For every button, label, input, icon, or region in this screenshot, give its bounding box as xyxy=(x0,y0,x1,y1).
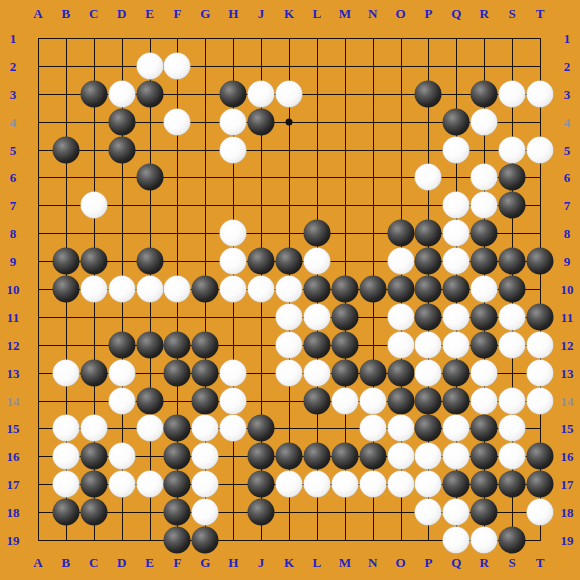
white-stone-D17 xyxy=(108,471,135,498)
row-label-left: 12 xyxy=(7,338,20,351)
row-label-right: 8 xyxy=(564,227,571,240)
black-stone-Q13 xyxy=(443,359,470,386)
col-label-top: H xyxy=(228,7,238,20)
black-stone-E9 xyxy=(136,248,163,275)
white-stone-P13 xyxy=(415,359,442,386)
row-label-right: 3 xyxy=(564,87,571,100)
black-stone-P14 xyxy=(415,387,442,414)
black-stone-G14 xyxy=(192,387,219,414)
white-stone-K10 xyxy=(276,276,303,303)
row-label-right: 7 xyxy=(564,199,571,212)
white-stone-G15 xyxy=(192,415,219,442)
black-stone-R9 xyxy=(471,248,498,275)
col-label-bottom: S xyxy=(508,556,515,569)
white-stone-L13 xyxy=(303,359,330,386)
black-stone-T9 xyxy=(527,248,554,275)
row-label-left: 19 xyxy=(7,534,20,547)
col-label-top: T xyxy=(536,7,545,20)
black-stone-C13 xyxy=(80,359,107,386)
black-stone-L12 xyxy=(303,331,330,358)
white-stone-C10 xyxy=(80,276,107,303)
black-stone-M12 xyxy=(331,331,358,358)
black-stone-L8 xyxy=(303,220,330,247)
black-stone-S7 xyxy=(499,192,526,219)
black-stone-F18 xyxy=(164,499,191,526)
white-stone-T14 xyxy=(527,387,554,414)
row-label-left: 11 xyxy=(7,310,19,323)
white-stone-M17 xyxy=(331,471,358,498)
row-label-right: 1 xyxy=(564,32,571,45)
black-stone-B18 xyxy=(52,499,79,526)
col-label-top: K xyxy=(284,7,294,20)
row-label-right: 13 xyxy=(561,366,574,379)
black-stone-R3 xyxy=(471,80,498,107)
white-stone-B16 xyxy=(52,443,79,470)
col-label-bottom: O xyxy=(395,556,405,569)
row-label-left: 1 xyxy=(10,32,17,45)
black-stone-Q10 xyxy=(443,276,470,303)
white-stone-S3 xyxy=(499,80,526,107)
black-stone-K16 xyxy=(276,443,303,470)
white-stone-R7 xyxy=(471,192,498,219)
white-stone-D16 xyxy=(108,443,135,470)
black-stone-J9 xyxy=(248,248,275,275)
white-stone-P17 xyxy=(415,471,442,498)
col-label-bottom: B xyxy=(62,556,71,569)
col-label-bottom: M xyxy=(339,556,351,569)
black-stone-B9 xyxy=(52,248,79,275)
black-stone-J15 xyxy=(248,415,275,442)
black-stone-S9 xyxy=(499,248,526,275)
black-stone-T17 xyxy=(527,471,554,498)
black-stone-J16 xyxy=(248,443,275,470)
white-stone-Q5 xyxy=(443,136,470,163)
col-label-bottom: F xyxy=(173,556,181,569)
black-stone-N13 xyxy=(359,359,386,386)
black-stone-Q4 xyxy=(443,108,470,135)
white-stone-G17 xyxy=(192,471,219,498)
star-point-K4 xyxy=(286,118,293,125)
col-label-top: J xyxy=(258,7,265,20)
row-label-left: 6 xyxy=(10,171,17,184)
white-stone-B17 xyxy=(52,471,79,498)
white-stone-H14 xyxy=(220,387,247,414)
row-label-right: 17 xyxy=(561,478,574,491)
row-label-right: 19 xyxy=(561,534,574,547)
row-label-left: 15 xyxy=(7,422,20,435)
white-stone-Q16 xyxy=(443,443,470,470)
white-stone-O15 xyxy=(387,415,414,442)
black-stone-O10 xyxy=(387,276,414,303)
black-stone-P15 xyxy=(415,415,442,442)
black-stone-B10 xyxy=(52,276,79,303)
black-stone-R12 xyxy=(471,331,498,358)
black-stone-E14 xyxy=(136,387,163,414)
col-label-top: S xyxy=(508,7,515,20)
black-stone-C3 xyxy=(80,80,107,107)
white-stone-Q11 xyxy=(443,303,470,330)
row-label-right: 9 xyxy=(564,255,571,268)
white-stone-L9 xyxy=(303,248,330,275)
col-label-top: F xyxy=(173,7,181,20)
white-stone-R6 xyxy=(471,164,498,191)
col-label-bottom: T xyxy=(536,556,545,569)
white-stone-N14 xyxy=(359,387,386,414)
white-stone-H5 xyxy=(220,136,247,163)
black-stone-N16 xyxy=(359,443,386,470)
white-stone-F10 xyxy=(164,276,191,303)
col-label-top: P xyxy=(424,7,432,20)
white-stone-J10 xyxy=(248,276,275,303)
white-stone-T5 xyxy=(527,136,554,163)
black-stone-M10 xyxy=(331,276,358,303)
row-label-right: 5 xyxy=(564,143,571,156)
black-stone-G13 xyxy=(192,359,219,386)
black-stone-C9 xyxy=(80,248,107,275)
white-stone-P18 xyxy=(415,499,442,526)
white-stone-P16 xyxy=(415,443,442,470)
col-label-bottom: Q xyxy=(451,556,461,569)
black-stone-P10 xyxy=(415,276,442,303)
white-stone-C15 xyxy=(80,415,107,442)
white-stone-R4 xyxy=(471,108,498,135)
white-stone-N17 xyxy=(359,471,386,498)
white-stone-M14 xyxy=(331,387,358,414)
row-label-right: 2 xyxy=(564,59,571,72)
white-stone-L11 xyxy=(303,303,330,330)
white-stone-H15 xyxy=(220,415,247,442)
black-stone-J18 xyxy=(248,499,275,526)
black-stone-M13 xyxy=(331,359,358,386)
white-stone-O16 xyxy=(387,443,414,470)
col-label-bottom: N xyxy=(368,556,377,569)
col-label-bottom: G xyxy=(200,556,210,569)
black-stone-P8 xyxy=(415,220,442,247)
white-stone-B13 xyxy=(52,359,79,386)
row-label-right: 15 xyxy=(561,422,574,435)
black-stone-S17 xyxy=(499,471,526,498)
white-stone-S15 xyxy=(499,415,526,442)
black-stone-D4 xyxy=(108,108,135,135)
white-stone-R13 xyxy=(471,359,498,386)
black-stone-R11 xyxy=(471,303,498,330)
white-stone-T3 xyxy=(527,80,554,107)
row-label-right: 18 xyxy=(561,506,574,519)
white-stone-H10 xyxy=(220,276,247,303)
white-stone-R14 xyxy=(471,387,498,414)
white-stone-Q8 xyxy=(443,220,470,247)
row-label-left: 17 xyxy=(7,478,20,491)
white-stone-O9 xyxy=(387,248,414,275)
col-label-top: A xyxy=(33,7,42,20)
white-stone-K17 xyxy=(276,471,303,498)
black-stone-F17 xyxy=(164,471,191,498)
white-stone-T13 xyxy=(527,359,554,386)
white-stone-T18 xyxy=(527,499,554,526)
white-stone-R19 xyxy=(471,527,498,554)
white-stone-D13 xyxy=(108,359,135,386)
col-label-bottom: R xyxy=(480,556,489,569)
white-stone-O11 xyxy=(387,303,414,330)
col-label-bottom: J xyxy=(258,556,265,569)
white-stone-B15 xyxy=(52,415,79,442)
row-label-right: 12 xyxy=(561,338,574,351)
white-stone-O12 xyxy=(387,331,414,358)
black-stone-B5 xyxy=(52,136,79,163)
black-stone-T11 xyxy=(527,303,554,330)
black-stone-C17 xyxy=(80,471,107,498)
row-label-left: 8 xyxy=(10,227,17,240)
col-label-bottom: K xyxy=(284,556,294,569)
white-stone-Q15 xyxy=(443,415,470,442)
black-stone-C18 xyxy=(80,499,107,526)
white-stone-K11 xyxy=(276,303,303,330)
black-stone-J17 xyxy=(248,471,275,498)
black-stone-R8 xyxy=(471,220,498,247)
row-label-right: 16 xyxy=(561,450,574,463)
row-label-right: 4 xyxy=(564,115,571,128)
col-label-bottom: E xyxy=(145,556,154,569)
row-label-left: 3 xyxy=(10,87,17,100)
white-stone-E15 xyxy=(136,415,163,442)
white-stone-P6 xyxy=(415,164,442,191)
row-label-left: 14 xyxy=(7,394,20,407)
white-stone-S5 xyxy=(499,136,526,163)
black-stone-Q17 xyxy=(443,471,470,498)
black-stone-K9 xyxy=(276,248,303,275)
white-stone-E10 xyxy=(136,276,163,303)
row-label-left: 5 xyxy=(10,143,17,156)
col-label-bottom: A xyxy=(33,556,42,569)
col-label-bottom: L xyxy=(313,556,322,569)
black-stone-L10 xyxy=(303,276,330,303)
white-stone-F4 xyxy=(164,108,191,135)
white-stone-H4 xyxy=(220,108,247,135)
col-label-top: O xyxy=(395,7,405,20)
col-label-top: C xyxy=(89,7,98,20)
black-stone-G19 xyxy=(192,527,219,554)
white-stone-E17 xyxy=(136,471,163,498)
col-label-top: E xyxy=(145,7,154,20)
white-stone-K3 xyxy=(276,80,303,107)
white-stone-T12 xyxy=(527,331,554,358)
row-label-left: 2 xyxy=(10,59,17,72)
black-stone-M16 xyxy=(331,443,358,470)
white-stone-S11 xyxy=(499,303,526,330)
black-stone-G12 xyxy=(192,331,219,358)
white-stone-H8 xyxy=(220,220,247,247)
row-label-left: 18 xyxy=(7,506,20,519)
col-label-top: N xyxy=(368,7,377,20)
white-stone-J3 xyxy=(248,80,275,107)
black-stone-P9 xyxy=(415,248,442,275)
col-label-top: G xyxy=(200,7,210,20)
black-stone-T16 xyxy=(527,443,554,470)
black-stone-E3 xyxy=(136,80,163,107)
black-stone-P3 xyxy=(415,80,442,107)
black-stone-S6 xyxy=(499,164,526,191)
black-stone-D12 xyxy=(108,331,135,358)
black-stone-L16 xyxy=(303,443,330,470)
black-stone-S19 xyxy=(499,527,526,554)
white-stone-K13 xyxy=(276,359,303,386)
black-stone-F15 xyxy=(164,415,191,442)
black-stone-O13 xyxy=(387,359,414,386)
white-stone-C7 xyxy=(80,192,107,219)
col-label-bottom: P xyxy=(424,556,432,569)
col-label-top: L xyxy=(313,7,322,20)
white-stone-N15 xyxy=(359,415,386,442)
white-stone-H9 xyxy=(220,248,247,275)
white-stone-O17 xyxy=(387,471,414,498)
black-stone-D5 xyxy=(108,136,135,163)
col-label-bottom: H xyxy=(228,556,238,569)
white-stone-Q12 xyxy=(443,331,470,358)
row-label-right: 6 xyxy=(564,171,571,184)
row-label-left: 4 xyxy=(10,115,17,128)
white-stone-D10 xyxy=(108,276,135,303)
black-stone-Q14 xyxy=(443,387,470,414)
white-stone-R10 xyxy=(471,276,498,303)
white-stone-D14 xyxy=(108,387,135,414)
black-stone-F19 xyxy=(164,527,191,554)
white-stone-P12 xyxy=(415,331,442,358)
white-stone-Q9 xyxy=(443,248,470,275)
black-stone-R15 xyxy=(471,415,498,442)
white-stone-K12 xyxy=(276,331,303,358)
black-stone-R17 xyxy=(471,471,498,498)
black-stone-H3 xyxy=(220,80,247,107)
black-stone-G10 xyxy=(192,276,219,303)
white-stone-F2 xyxy=(164,52,191,79)
black-stone-J4 xyxy=(248,108,275,135)
black-stone-O8 xyxy=(387,220,414,247)
black-stone-E6 xyxy=(136,164,163,191)
go-board[interactable]: AABBCCDDEEFFGGHHJJKKLLMMNNOOPPQQRRSSTT11… xyxy=(0,0,580,580)
row-label-left: 7 xyxy=(10,199,17,212)
black-stone-F13 xyxy=(164,359,191,386)
white-stone-H13 xyxy=(220,359,247,386)
white-stone-S12 xyxy=(499,331,526,358)
col-label-top: Q xyxy=(451,7,461,20)
row-label-left: 9 xyxy=(10,255,17,268)
black-stone-R18 xyxy=(471,499,498,526)
black-stone-F12 xyxy=(164,331,191,358)
row-label-right: 10 xyxy=(561,283,574,296)
white-stone-G18 xyxy=(192,499,219,526)
col-label-top: B xyxy=(62,7,71,20)
white-stone-D3 xyxy=(108,80,135,107)
black-stone-S10 xyxy=(499,276,526,303)
row-label-right: 11 xyxy=(561,310,573,323)
black-stone-E12 xyxy=(136,331,163,358)
black-stone-N10 xyxy=(359,276,386,303)
white-stone-G16 xyxy=(192,443,219,470)
white-stone-S14 xyxy=(499,387,526,414)
col-label-top: R xyxy=(480,7,489,20)
row-label-left: 13 xyxy=(7,366,20,379)
black-stone-F16 xyxy=(164,443,191,470)
col-label-bottom: D xyxy=(117,556,126,569)
col-label-top: M xyxy=(339,7,351,20)
white-stone-E2 xyxy=(136,52,163,79)
white-stone-Q7 xyxy=(443,192,470,219)
white-stone-Q19 xyxy=(443,527,470,554)
row-label-right: 14 xyxy=(561,394,574,407)
white-stone-S16 xyxy=(499,443,526,470)
row-label-left: 10 xyxy=(7,283,20,296)
black-stone-C16 xyxy=(80,443,107,470)
col-label-bottom: C xyxy=(89,556,98,569)
white-stone-Q18 xyxy=(443,499,470,526)
black-stone-L14 xyxy=(303,387,330,414)
row-label-left: 16 xyxy=(7,450,20,463)
black-stone-M11 xyxy=(331,303,358,330)
black-stone-P11 xyxy=(415,303,442,330)
black-stone-O14 xyxy=(387,387,414,414)
black-stone-R16 xyxy=(471,443,498,470)
col-label-top: D xyxy=(117,7,126,20)
white-stone-L17 xyxy=(303,471,330,498)
